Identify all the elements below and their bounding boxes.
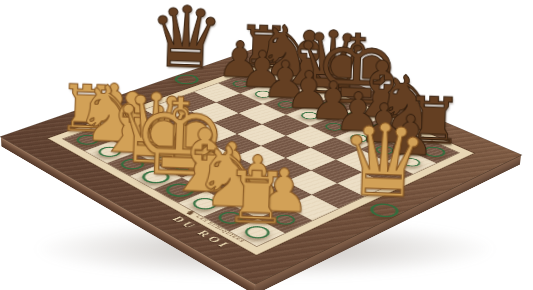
- product-photo: ♜♞♝♛♚♝♞♜♟♟♟♟♟♟♟♟♟♟♟♟♟♟♟♟♜♞♝♛♚♝♞♜ ♞ LES É…: [0, 0, 533, 290]
- piece-white-rook-h1[interactable]: ♜: [188, 160, 325, 236]
- chess-board[interactable]: ♜♞♝♛♚♝♞♜♟♟♟♟♟♟♟♟♟♟♟♟♟♟♟♟♜♞♝♛♚♝♞♜ ♞ LES É…: [1, 45, 521, 284]
